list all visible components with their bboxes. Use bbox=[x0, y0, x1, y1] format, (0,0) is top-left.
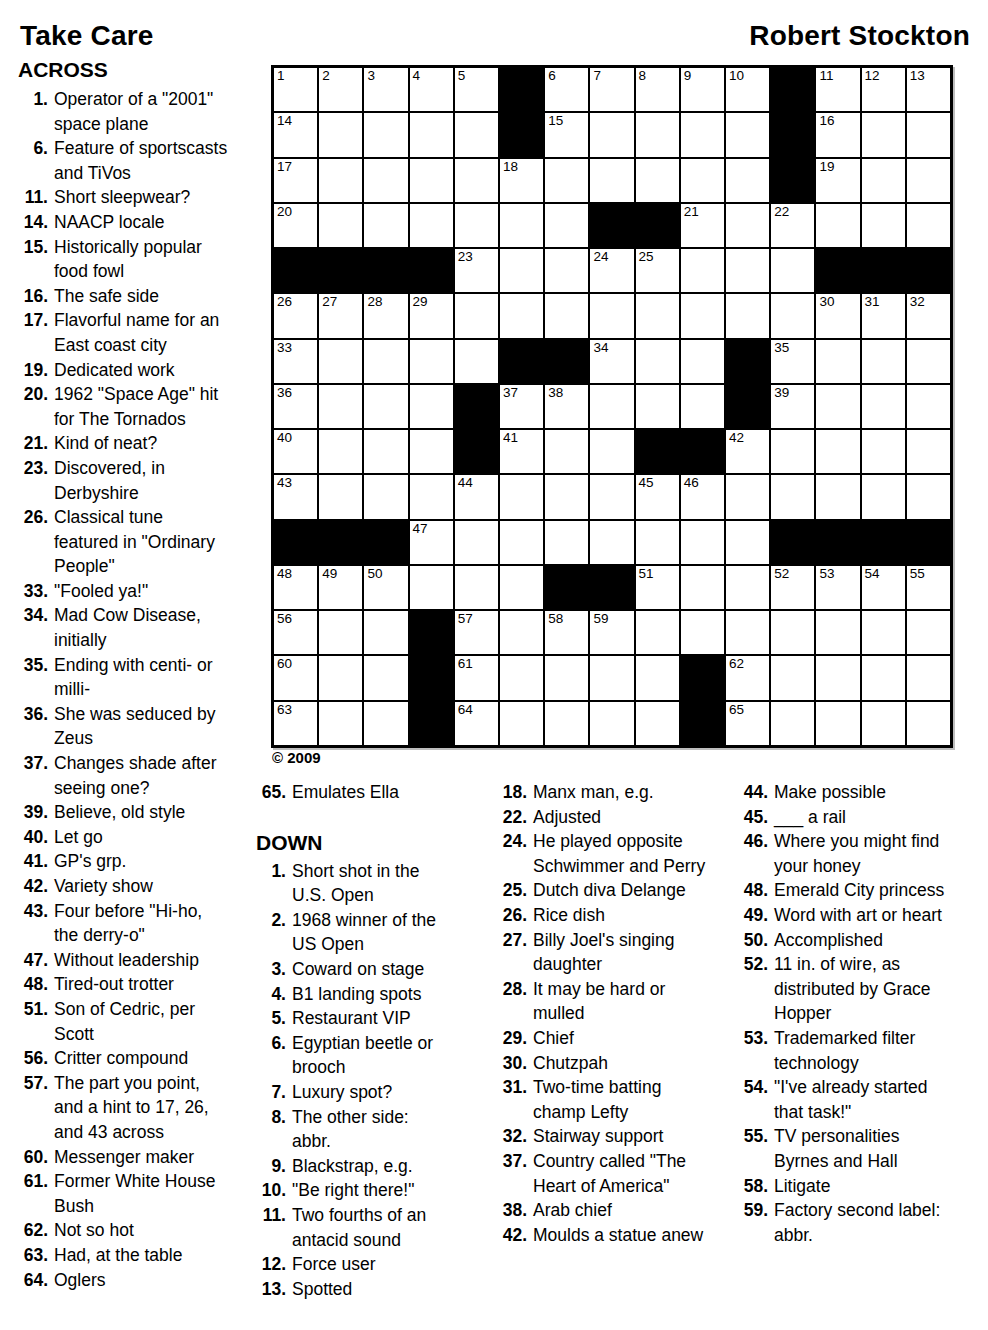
grid-cell[interactable] bbox=[907, 385, 950, 428]
grid-cell[interactable] bbox=[681, 340, 724, 383]
grid-cell[interactable] bbox=[907, 340, 950, 383]
grid-cell[interactable] bbox=[455, 340, 498, 383]
grid-cell[interactable]: 65 bbox=[726, 702, 769, 745]
clue-text: Force user bbox=[292, 1252, 444, 1277]
grid-cell[interactable] bbox=[364, 702, 407, 745]
clue-text: GP's grp. bbox=[54, 849, 228, 874]
grid-cell[interactable] bbox=[319, 430, 362, 473]
grid-cell[interactable] bbox=[907, 611, 950, 654]
cell-number: 48 bbox=[277, 567, 292, 581]
clue-text: Chief bbox=[533, 1026, 706, 1051]
clue-item: 48.Emerald City princess bbox=[738, 878, 952, 903]
grid-cell[interactable] bbox=[545, 430, 588, 473]
grid-cell[interactable] bbox=[636, 113, 679, 156]
grid-cell[interactable] bbox=[771, 294, 814, 337]
clue-number: 59. bbox=[738, 1198, 768, 1247]
grid-cell[interactable] bbox=[862, 159, 905, 202]
clue-item: 34.Mad Cow Disease, initially bbox=[18, 603, 230, 652]
grid-cell[interactable]: 17 bbox=[274, 159, 317, 202]
grid-cell[interactable]: 1 bbox=[274, 68, 317, 111]
grid-cell[interactable] bbox=[726, 159, 769, 202]
grid-cell[interactable] bbox=[364, 340, 407, 383]
grid-cell[interactable] bbox=[319, 204, 362, 247]
grid-cell[interactable] bbox=[816, 611, 859, 654]
grid-cell[interactable]: 59 bbox=[590, 611, 633, 654]
grid-cell[interactable] bbox=[500, 521, 543, 564]
grid-cell[interactable]: 55 bbox=[907, 566, 950, 609]
grid-cell[interactable]: 36 bbox=[274, 385, 317, 428]
grid-cell[interactable] bbox=[726, 249, 769, 292]
grid-cell[interactable]: 48 bbox=[274, 566, 317, 609]
clue-text: Let go bbox=[54, 825, 228, 850]
grid-cell[interactable] bbox=[590, 475, 633, 518]
grid-cell[interactable] bbox=[590, 656, 633, 699]
clue-item: 11.Short sleepwear? bbox=[18, 185, 230, 210]
grid-cell[interactable]: 33 bbox=[274, 340, 317, 383]
grid-cell[interactable]: 30 bbox=[816, 294, 859, 337]
clue-item: 1.Operator of a "2001" space plane bbox=[18, 87, 230, 136]
grid-cell[interactable]: 45 bbox=[636, 475, 679, 518]
grid-cell[interactable] bbox=[862, 204, 905, 247]
clue-number: 57. bbox=[18, 1071, 48, 1145]
grid-cell[interactable]: 15 bbox=[545, 113, 588, 156]
grid-cell[interactable] bbox=[862, 340, 905, 383]
clue-item: 40.Let go bbox=[18, 825, 230, 850]
clue-item: 50.Accomplished bbox=[738, 928, 952, 953]
grid-cell[interactable] bbox=[590, 113, 633, 156]
grid-cell[interactable]: 31 bbox=[862, 294, 905, 337]
grid-cell[interactable] bbox=[500, 566, 543, 609]
cell-number: 56 bbox=[277, 612, 292, 626]
grid-cell[interactable] bbox=[590, 159, 633, 202]
cell-number: 58 bbox=[548, 612, 563, 626]
grid-cell[interactable] bbox=[771, 430, 814, 473]
clue-item: 9.Blackstrap, e.g. bbox=[256, 1154, 446, 1179]
grid-cell[interactable] bbox=[816, 340, 859, 383]
puzzle-title: Take Care bbox=[20, 20, 154, 52]
grid-cell[interactable] bbox=[545, 294, 588, 337]
clue-text: The other side: abbr. bbox=[292, 1105, 444, 1154]
grid-cell[interactable] bbox=[364, 113, 407, 156]
grid-cell[interactable]: 37 bbox=[500, 385, 543, 428]
clue-text: Flavorful name for an East coast city bbox=[54, 308, 228, 357]
grid-cell[interactable]: 54 bbox=[862, 566, 905, 609]
grid-cell[interactable] bbox=[636, 385, 679, 428]
grid-cell[interactable] bbox=[771, 475, 814, 518]
grid-cell[interactable] bbox=[410, 204, 453, 247]
grid-cell[interactable] bbox=[636, 611, 679, 654]
grid-cell[interactable]: 60 bbox=[274, 656, 317, 699]
grid-cell[interactable] bbox=[590, 702, 633, 745]
grid-cell[interactable] bbox=[590, 294, 633, 337]
grid-cell[interactable]: 41 bbox=[500, 430, 543, 473]
clue-text: Where you might find your honey bbox=[774, 829, 948, 878]
cell-number: 59 bbox=[593, 612, 608, 626]
clue-text: Historically popular food fowl bbox=[54, 235, 228, 284]
grid-cell[interactable] bbox=[681, 566, 724, 609]
grid-cell[interactable] bbox=[862, 611, 905, 654]
grid-cell[interactable] bbox=[319, 159, 362, 202]
grid-cell[interactable] bbox=[816, 385, 859, 428]
grid-cell[interactable] bbox=[364, 385, 407, 428]
grid-cell[interactable] bbox=[907, 702, 950, 745]
grid-cell[interactable] bbox=[907, 656, 950, 699]
grid-cell[interactable] bbox=[636, 702, 679, 745]
grid-cell[interactable]: 29 bbox=[410, 294, 453, 337]
black-cell bbox=[726, 340, 769, 383]
cell-number: 60 bbox=[277, 657, 292, 671]
grid-cell[interactable] bbox=[319, 385, 362, 428]
grid-cell[interactable]: 61 bbox=[455, 656, 498, 699]
grid-cell[interactable]: 64 bbox=[455, 702, 498, 745]
cell-number: 31 bbox=[865, 295, 880, 309]
clue-number: 65. bbox=[256, 780, 286, 805]
clue-text: Blackstrap, e.g. bbox=[292, 1154, 444, 1179]
grid-cell[interactable]: 12 bbox=[862, 68, 905, 111]
clue-text: Billy Joel's singing daughter bbox=[533, 928, 706, 977]
clue-number: 9. bbox=[256, 1154, 286, 1179]
black-cell bbox=[771, 68, 814, 111]
grid-cell[interactable]: 4 bbox=[410, 68, 453, 111]
grid-cell[interactable] bbox=[545, 249, 588, 292]
cell-number: 23 bbox=[458, 250, 473, 264]
grid-cell[interactable] bbox=[726, 521, 769, 564]
grid-cell[interactable]: 6 bbox=[545, 68, 588, 111]
grid-cell[interactable]: 28 bbox=[364, 294, 407, 337]
grid-cell[interactable]: 26 bbox=[274, 294, 317, 337]
grid-cell[interactable] bbox=[681, 611, 724, 654]
grid-cell[interactable] bbox=[862, 430, 905, 473]
grid-cell[interactable] bbox=[319, 656, 362, 699]
grid-cell[interactable]: 8 bbox=[636, 68, 679, 111]
clue-number: 63. bbox=[18, 1243, 48, 1268]
clue-text: Feature of sportscasts and TiVos bbox=[54, 136, 228, 185]
clue-item: 36.She was seduced by Zeus bbox=[18, 702, 230, 751]
grid-cell[interactable]: 19 bbox=[816, 159, 859, 202]
black-cell bbox=[545, 566, 588, 609]
grid-cell[interactable] bbox=[907, 113, 950, 156]
clue-text: Critter compound bbox=[54, 1046, 228, 1071]
grid-cell[interactable]: 53 bbox=[816, 566, 859, 609]
clue-number: 47. bbox=[18, 948, 48, 973]
grid-cell[interactable]: 14 bbox=[274, 113, 317, 156]
grid-cell[interactable] bbox=[500, 249, 543, 292]
grid-cell[interactable]: 2 bbox=[319, 68, 362, 111]
black-cell bbox=[319, 249, 362, 292]
grid-cell[interactable]: 22 bbox=[771, 204, 814, 247]
grid-cell[interactable]: 47 bbox=[410, 521, 453, 564]
clue-item: 39.Believe, old style bbox=[18, 800, 230, 825]
grid-cell[interactable]: 52 bbox=[771, 566, 814, 609]
grid-cell[interactable] bbox=[410, 159, 453, 202]
grid-cell[interactable] bbox=[500, 294, 543, 337]
clue-text: TV personalities Byrnes and Hall bbox=[774, 1124, 948, 1173]
clue-text: Dedicated work bbox=[54, 358, 228, 383]
clue-text: Not so hot bbox=[54, 1218, 228, 1243]
grid-cell[interactable]: 11 bbox=[816, 68, 859, 111]
grid-cell[interactable] bbox=[545, 204, 588, 247]
grid-cell[interactable] bbox=[545, 656, 588, 699]
grid-cell[interactable] bbox=[636, 656, 679, 699]
black-cell bbox=[274, 249, 317, 292]
cell-number: 49 bbox=[322, 567, 337, 581]
clue-number: 18. bbox=[497, 780, 527, 805]
grid-cell[interactable]: 27 bbox=[319, 294, 362, 337]
black-cell bbox=[410, 702, 453, 745]
grid-cell[interactable] bbox=[816, 656, 859, 699]
grid-cell[interactable]: 3 bbox=[364, 68, 407, 111]
clue-number: 32. bbox=[497, 1124, 527, 1149]
grid-cell[interactable] bbox=[771, 611, 814, 654]
clue-text: Messenger maker bbox=[54, 1145, 228, 1170]
grid-cell[interactable] bbox=[862, 656, 905, 699]
cell-number: 6 bbox=[548, 69, 556, 83]
grid-cell[interactable] bbox=[771, 702, 814, 745]
grid-cell[interactable] bbox=[907, 475, 950, 518]
cell-number: 28 bbox=[367, 295, 382, 309]
clue-item: 3.Coward on stage bbox=[256, 957, 446, 982]
grid-cell[interactable]: 51 bbox=[636, 566, 679, 609]
grid-cell[interactable]: 32 bbox=[907, 294, 950, 337]
clue-item: 59.Factory second label: abbr. bbox=[738, 1198, 952, 1247]
clue-number: 53. bbox=[738, 1026, 768, 1075]
grid-cell[interactable] bbox=[590, 430, 633, 473]
clue-text: Two fourths of an antacid sound bbox=[292, 1203, 444, 1252]
copyright-notice: © 2009 bbox=[272, 749, 321, 766]
black-cell bbox=[590, 566, 633, 609]
grid-cell[interactable] bbox=[410, 385, 453, 428]
grid-cell[interactable] bbox=[319, 611, 362, 654]
black-cell bbox=[816, 249, 859, 292]
grid-cell[interactable] bbox=[455, 204, 498, 247]
grid-cell[interactable] bbox=[545, 159, 588, 202]
grid-cell[interactable] bbox=[726, 566, 769, 609]
grid-cell[interactable] bbox=[771, 656, 814, 699]
cell-number: 44 bbox=[458, 476, 473, 490]
grid-cell[interactable]: 38 bbox=[545, 385, 588, 428]
grid-cell[interactable] bbox=[681, 521, 724, 564]
grid-cell[interactable] bbox=[862, 702, 905, 745]
grid-cell[interactable] bbox=[364, 159, 407, 202]
clue-text: Two-time batting champ Lefty bbox=[533, 1075, 706, 1124]
cell-number: 63 bbox=[277, 703, 292, 717]
clue-number: 20. bbox=[18, 382, 48, 431]
clue-item: 24.He played opposite Schwimmer and Perr… bbox=[497, 829, 709, 878]
clue-item: 57.The part you point, and a hint to 17,… bbox=[18, 1071, 230, 1145]
clue-text: Son of Cedric, per Scott bbox=[54, 997, 228, 1046]
grid-cell[interactable] bbox=[364, 204, 407, 247]
grid-cell[interactable]: 58 bbox=[545, 611, 588, 654]
grid-cell[interactable] bbox=[545, 521, 588, 564]
clue-number: 26. bbox=[497, 903, 527, 928]
grid-cell[interactable] bbox=[455, 566, 498, 609]
grid-cell[interactable] bbox=[862, 385, 905, 428]
grid-cell[interactable] bbox=[319, 702, 362, 745]
grid-cell[interactable] bbox=[816, 702, 859, 745]
clue-text: Country called "The Heart of America" bbox=[533, 1149, 706, 1198]
cell-number: 12 bbox=[865, 69, 880, 83]
grid-cell[interactable] bbox=[636, 294, 679, 337]
grid-cell[interactable]: 43 bbox=[274, 475, 317, 518]
cell-number: 64 bbox=[458, 703, 473, 717]
grid-cell[interactable] bbox=[681, 159, 724, 202]
crossword-grid: 1234567891011121314151617181920212223242… bbox=[271, 65, 953, 748]
cell-number: 40 bbox=[277, 431, 292, 445]
cell-number: 32 bbox=[910, 295, 925, 309]
clue-text: "Fooled ya!" bbox=[54, 579, 228, 604]
clue-text: Litigate bbox=[774, 1174, 948, 1199]
grid-cell[interactable]: 44 bbox=[455, 475, 498, 518]
clue-item: 29.Chief bbox=[497, 1026, 709, 1051]
cell-number: 30 bbox=[819, 295, 834, 309]
grid-cell[interactable]: 62 bbox=[726, 656, 769, 699]
grid-cell[interactable]: 25 bbox=[636, 249, 679, 292]
grid-cell[interactable] bbox=[455, 294, 498, 337]
grid-cell[interactable] bbox=[319, 340, 362, 383]
grid-cell[interactable]: 57 bbox=[455, 611, 498, 654]
grid-cell[interactable]: 23 bbox=[455, 249, 498, 292]
cell-number: 19 bbox=[819, 160, 834, 174]
clue-number: 55. bbox=[738, 1124, 768, 1173]
cell-number: 11 bbox=[819, 69, 833, 83]
grid-cell[interactable]: 10 bbox=[726, 68, 769, 111]
grid-cell[interactable] bbox=[545, 702, 588, 745]
grid-cell[interactable] bbox=[636, 521, 679, 564]
grid-cell[interactable] bbox=[410, 430, 453, 473]
grid-cell[interactable] bbox=[681, 249, 724, 292]
cell-number: 55 bbox=[910, 567, 925, 581]
grid-cell[interactable]: 39 bbox=[771, 385, 814, 428]
grid-cell[interactable] bbox=[410, 566, 453, 609]
grid-cell[interactable] bbox=[500, 475, 543, 518]
grid-cell[interactable] bbox=[319, 113, 362, 156]
clue-number: 34. bbox=[18, 603, 48, 652]
clue-number: 36. bbox=[18, 702, 48, 751]
across-header: ACROSS bbox=[18, 58, 230, 82]
grid-cell[interactable] bbox=[816, 430, 859, 473]
black-cell bbox=[771, 521, 814, 564]
grid-cell[interactable] bbox=[319, 475, 362, 518]
down-clues-col2: 18.Manx man, e.g.22.Adjusted24.He played… bbox=[497, 780, 709, 1247]
cell-number: 7 bbox=[593, 69, 601, 83]
black-cell bbox=[455, 385, 498, 428]
grid-cell[interactable] bbox=[681, 294, 724, 337]
clue-item: 16.The safe side bbox=[18, 284, 230, 309]
grid-cell[interactable]: 7 bbox=[590, 68, 633, 111]
grid-cell[interactable]: 21 bbox=[681, 204, 724, 247]
grid-cell[interactable] bbox=[816, 204, 859, 247]
grid-cell[interactable] bbox=[726, 611, 769, 654]
grid-cell[interactable] bbox=[455, 521, 498, 564]
grid-cell[interactable] bbox=[771, 249, 814, 292]
grid-cell[interactable] bbox=[862, 475, 905, 518]
grid-cell[interactable] bbox=[636, 159, 679, 202]
grid-cell[interactable]: 46 bbox=[681, 475, 724, 518]
grid-cell[interactable] bbox=[364, 656, 407, 699]
clue-text: Classical tune featured in "Ordinary Peo… bbox=[54, 505, 228, 579]
grid-cell[interactable]: 18 bbox=[500, 159, 543, 202]
cell-number: 33 bbox=[277, 341, 292, 355]
grid-cell[interactable]: 40 bbox=[274, 430, 317, 473]
grid-cell[interactable] bbox=[907, 159, 950, 202]
clue-item: 17.Flavorful name for an East coast city bbox=[18, 308, 230, 357]
grid-cell[interactable]: 63 bbox=[274, 702, 317, 745]
down-header: DOWN bbox=[256, 831, 446, 855]
cell-number: 2 bbox=[322, 69, 330, 83]
grid-cell[interactable] bbox=[410, 340, 453, 383]
grid-cell[interactable] bbox=[636, 340, 679, 383]
clue-item: 10."Be right there!" bbox=[256, 1178, 446, 1203]
cell-number: 38 bbox=[548, 386, 563, 400]
grid-cell[interactable] bbox=[907, 204, 950, 247]
grid-cell[interactable] bbox=[364, 475, 407, 518]
cell-number: 15 bbox=[548, 114, 563, 128]
clue-item: 14.NAACP locale bbox=[18, 210, 230, 235]
grid-cell[interactable] bbox=[410, 475, 453, 518]
grid-cell[interactable]: 16 bbox=[816, 113, 859, 156]
cell-number: 61 bbox=[458, 657, 473, 671]
grid-cell[interactable]: 35 bbox=[771, 340, 814, 383]
clue-item: 54."I've already started that task!" bbox=[738, 1075, 952, 1124]
grid-cell[interactable]: 20 bbox=[274, 204, 317, 247]
grid-cell[interactable]: 56 bbox=[274, 611, 317, 654]
grid-cell[interactable] bbox=[907, 430, 950, 473]
grid-cell[interactable] bbox=[590, 385, 633, 428]
grid-cell[interactable]: 5 bbox=[455, 68, 498, 111]
clue-number: 24. bbox=[497, 829, 527, 878]
grid-cell[interactable]: 42 bbox=[726, 430, 769, 473]
grid-cell[interactable] bbox=[364, 611, 407, 654]
grid-cell[interactable] bbox=[726, 204, 769, 247]
clue-item: 42.Moulds a statue anew bbox=[497, 1223, 709, 1248]
grid-cell[interactable]: 34 bbox=[590, 340, 633, 383]
clue-number: 22. bbox=[497, 805, 527, 830]
clue-text: Oglers bbox=[54, 1268, 228, 1293]
grid-cell[interactable]: 24 bbox=[590, 249, 633, 292]
clue-item: 5.Restaurant VIP bbox=[256, 1006, 446, 1031]
cell-number: 50 bbox=[367, 567, 382, 581]
grid-cell[interactable] bbox=[816, 475, 859, 518]
grid-cell[interactable] bbox=[500, 204, 543, 247]
grid-cell[interactable] bbox=[364, 430, 407, 473]
grid-cell[interactable] bbox=[545, 475, 588, 518]
grid-cell[interactable] bbox=[726, 294, 769, 337]
grid-cell[interactable] bbox=[681, 113, 724, 156]
clue-number: 13. bbox=[256, 1277, 286, 1302]
grid-cell[interactable] bbox=[500, 656, 543, 699]
grid-cell[interactable] bbox=[410, 113, 453, 156]
grid-cell[interactable]: 49 bbox=[319, 566, 362, 609]
grid-cell[interactable] bbox=[862, 113, 905, 156]
grid-cell[interactable] bbox=[590, 521, 633, 564]
grid-cell[interactable]: 13 bbox=[907, 68, 950, 111]
grid-cell[interactable] bbox=[726, 475, 769, 518]
black-cell bbox=[681, 702, 724, 745]
grid-cell[interactable]: 9 bbox=[681, 68, 724, 111]
grid-cell[interactable] bbox=[455, 113, 498, 156]
grid-cell[interactable]: 50 bbox=[364, 566, 407, 609]
grid-cell[interactable] bbox=[726, 113, 769, 156]
clue-item: 25.Dutch diva Delange bbox=[497, 878, 709, 903]
grid-cell[interactable] bbox=[500, 611, 543, 654]
clue-text: Luxury spot? bbox=[292, 1080, 444, 1105]
grid-cell[interactable] bbox=[500, 702, 543, 745]
clue-number: 42. bbox=[497, 1223, 527, 1248]
clue-number: 64. bbox=[18, 1268, 48, 1293]
grid-cell[interactable] bbox=[455, 159, 498, 202]
black-cell bbox=[410, 656, 453, 699]
grid-cell[interactable] bbox=[681, 385, 724, 428]
